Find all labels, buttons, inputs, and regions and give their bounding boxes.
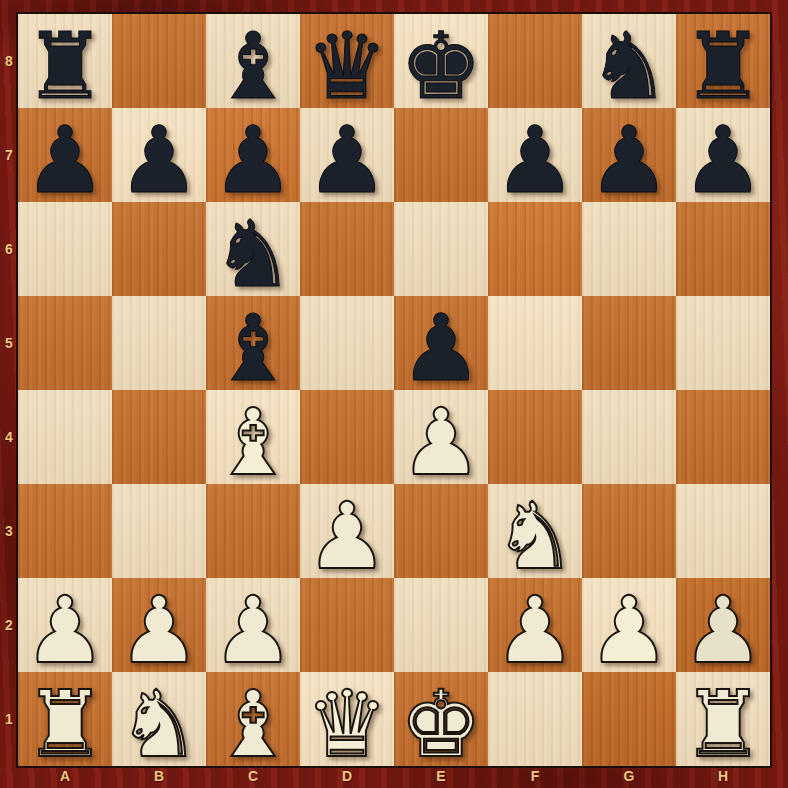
black-king: ♚ <box>400 21 482 113</box>
square-e4[interactable]: ♟ <box>394 390 488 484</box>
square-b3[interactable] <box>112 484 206 578</box>
square-h2[interactable]: ♟ <box>676 578 770 672</box>
square-c4[interactable]: ♝ <box>206 390 300 484</box>
black-queen: ♛ <box>306 21 388 113</box>
square-f6[interactable] <box>488 202 582 296</box>
square-b7[interactable]: ♟ <box>112 108 206 202</box>
white-rook: ♜ <box>682 679 764 771</box>
square-e6[interactable] <box>394 202 488 296</box>
white-knight: ♞ <box>118 679 200 771</box>
square-h5[interactable] <box>676 296 770 390</box>
square-f7[interactable]: ♟ <box>488 108 582 202</box>
square-e8[interactable]: ♚ <box>394 14 488 108</box>
square-d6[interactable] <box>300 202 394 296</box>
square-f8[interactable] <box>488 14 582 108</box>
square-h1[interactable]: ♜ <box>676 672 770 766</box>
black-pawn: ♟ <box>212 115 294 207</box>
file-label-d: D <box>300 766 394 788</box>
square-g6[interactable] <box>582 202 676 296</box>
square-b4[interactable] <box>112 390 206 484</box>
white-pawn: ♟ <box>682 585 764 677</box>
square-d1[interactable]: ♛ <box>300 672 394 766</box>
square-a3[interactable] <box>18 484 112 578</box>
rank-label-8: 8 <box>0 14 18 108</box>
square-g5[interactable] <box>582 296 676 390</box>
square-f1[interactable] <box>488 672 582 766</box>
square-f3[interactable]: ♞ <box>488 484 582 578</box>
square-e2[interactable] <box>394 578 488 672</box>
square-h4[interactable] <box>676 390 770 484</box>
rank-label-3: 3 <box>0 484 18 578</box>
black-pawn: ♟ <box>118 115 200 207</box>
square-g1[interactable] <box>582 672 676 766</box>
black-pawn: ♟ <box>494 115 576 207</box>
square-a6[interactable] <box>18 202 112 296</box>
file-label-a: A <box>18 766 112 788</box>
white-bishop: ♝ <box>212 679 294 771</box>
square-d3[interactable]: ♟ <box>300 484 394 578</box>
square-f4[interactable] <box>488 390 582 484</box>
square-e3[interactable] <box>394 484 488 578</box>
square-h3[interactable] <box>676 484 770 578</box>
chess-board: ♜♝♛♚♞♜♟♟♟♟♟♟♟♞♝♟♝♟♟♞♟♟♟♟♟♟♜♞♝♛♚♜ <box>18 14 770 766</box>
square-c8[interactable]: ♝ <box>206 14 300 108</box>
square-h6[interactable] <box>676 202 770 296</box>
square-d8[interactable]: ♛ <box>300 14 394 108</box>
square-f5[interactable] <box>488 296 582 390</box>
square-c3[interactable] <box>206 484 300 578</box>
white-pawn: ♟ <box>212 585 294 677</box>
square-h8[interactable]: ♜ <box>676 14 770 108</box>
file-label-c: C <box>206 766 300 788</box>
black-pawn: ♟ <box>682 115 764 207</box>
white-pawn: ♟ <box>306 491 388 583</box>
rank-label-7: 7 <box>0 108 18 202</box>
square-g7[interactable]: ♟ <box>582 108 676 202</box>
file-label-g: G <box>582 766 676 788</box>
square-b6[interactable] <box>112 202 206 296</box>
square-g4[interactable] <box>582 390 676 484</box>
white-pawn: ♟ <box>494 585 576 677</box>
square-d2[interactable] <box>300 578 394 672</box>
file-label-f: F <box>488 766 582 788</box>
square-c2[interactable]: ♟ <box>206 578 300 672</box>
black-knight: ♞ <box>588 21 670 113</box>
white-pawn: ♟ <box>24 585 106 677</box>
square-a2[interactable]: ♟ <box>18 578 112 672</box>
square-c5[interactable]: ♝ <box>206 296 300 390</box>
square-a5[interactable] <box>18 296 112 390</box>
black-pawn: ♟ <box>24 115 106 207</box>
file-labels: ABCDEFGH <box>18 766 770 788</box>
square-a1[interactable]: ♜ <box>18 672 112 766</box>
square-e7[interactable] <box>394 108 488 202</box>
rank-labels: 87654321 <box>0 14 18 766</box>
black-pawn: ♟ <box>588 115 670 207</box>
square-e5[interactable]: ♟ <box>394 296 488 390</box>
square-c1[interactable]: ♝ <box>206 672 300 766</box>
black-pawn: ♟ <box>400 303 482 395</box>
rank-label-2: 2 <box>0 578 18 672</box>
square-g2[interactable]: ♟ <box>582 578 676 672</box>
square-c6[interactable]: ♞ <box>206 202 300 296</box>
rank-label-5: 5 <box>0 296 18 390</box>
square-c7[interactable]: ♟ <box>206 108 300 202</box>
white-king: ♚ <box>400 679 482 771</box>
square-e1[interactable]: ♚ <box>394 672 488 766</box>
square-a7[interactable]: ♟ <box>18 108 112 202</box>
square-b5[interactable] <box>112 296 206 390</box>
black-rook: ♜ <box>24 21 106 113</box>
square-d4[interactable] <box>300 390 394 484</box>
white-bishop: ♝ <box>212 397 294 489</box>
white-pawn: ♟ <box>118 585 200 677</box>
square-d5[interactable] <box>300 296 394 390</box>
square-h7[interactable]: ♟ <box>676 108 770 202</box>
black-pawn: ♟ <box>306 115 388 207</box>
black-knight: ♞ <box>212 209 294 301</box>
square-f2[interactable]: ♟ <box>488 578 582 672</box>
rank-label-1: 1 <box>0 672 18 766</box>
square-b8[interactable] <box>112 14 206 108</box>
file-label-e: E <box>394 766 488 788</box>
white-pawn: ♟ <box>400 397 482 489</box>
white-queen: ♛ <box>306 679 388 771</box>
white-rook: ♜ <box>24 679 106 771</box>
square-g8[interactable]: ♞ <box>582 14 676 108</box>
board-frame: 87654321 ♜♝♛♚♞♜♟♟♟♟♟♟♟♞♝♟♝♟♟♞♟♟♟♟♟♟♜♞♝♛♚… <box>0 0 788 788</box>
square-a8[interactable]: ♜ <box>18 14 112 108</box>
white-pawn: ♟ <box>588 585 670 677</box>
black-bishop: ♝ <box>212 303 294 395</box>
rank-label-4: 4 <box>0 390 18 484</box>
square-d7[interactable]: ♟ <box>300 108 394 202</box>
black-bishop: ♝ <box>212 21 294 113</box>
square-b1[interactable]: ♞ <box>112 672 206 766</box>
square-b2[interactable]: ♟ <box>112 578 206 672</box>
black-rook: ♜ <box>682 21 764 113</box>
file-label-b: B <box>112 766 206 788</box>
white-knight: ♞ <box>494 491 576 583</box>
file-label-h: H <box>676 766 770 788</box>
square-a4[interactable] <box>18 390 112 484</box>
square-g3[interactable] <box>582 484 676 578</box>
rank-label-6: 6 <box>0 202 18 296</box>
